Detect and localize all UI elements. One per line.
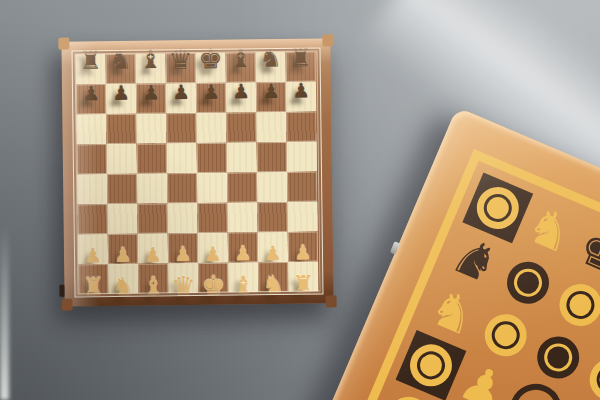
square-h7[interactable]: ♟ bbox=[286, 82, 316, 112]
square-g5[interactable] bbox=[257, 142, 287, 172]
square-g1[interactable]: ♞ bbox=[258, 262, 288, 292]
piece-white-rook[interactable]: ♜ bbox=[82, 273, 105, 303]
chess-board[interactable]: ♜♞♝♛♚♝♞♜♟♟♟♟♟♟♟♟♟♟♟♟♟♟♟♟♜♞♝♛♚♝♞♜ bbox=[61, 38, 333, 306]
piece-black-knight[interactable]: ♞ bbox=[259, 44, 282, 74]
square-f6[interactable] bbox=[226, 112, 256, 142]
piece-white-rook[interactable]: ♜ bbox=[292, 270, 315, 300]
board-latch bbox=[59, 285, 64, 297]
piece-black-pawn[interactable]: ♟ bbox=[112, 78, 130, 108]
piece-black-pawn[interactable]: ♟ bbox=[82, 78, 100, 108]
piece-black-pawn[interactable]: ♟ bbox=[172, 77, 190, 107]
corner-block-top-left bbox=[58, 38, 69, 50]
square-e6[interactable] bbox=[196, 113, 226, 143]
square-e7[interactable]: ♟ bbox=[196, 83, 226, 113]
square-h1[interactable]: ♜ bbox=[288, 262, 318, 292]
edge-light-reflection bbox=[0, 225, 9, 400]
square-e1[interactable]: ♚ bbox=[198, 263, 228, 293]
square-c3[interactable] bbox=[137, 203, 167, 233]
square-d2[interactable]: ♟ bbox=[168, 233, 198, 263]
piece-white-bishop[interactable]: ♝ bbox=[232, 271, 255, 301]
piece-black-pawn[interactable]: ♟ bbox=[202, 77, 220, 107]
square-e3[interactable] bbox=[197, 203, 227, 233]
box-clasp bbox=[390, 241, 400, 254]
square-f3[interactable] bbox=[227, 202, 257, 232]
piece-black-rook[interactable]: ♜ bbox=[289, 43, 312, 73]
piece-white-bishop[interactable]: ♝ bbox=[142, 272, 165, 302]
square-b6[interactable] bbox=[106, 114, 136, 144]
piece-black-pawn[interactable]: ♟ bbox=[142, 77, 160, 107]
square-c5[interactable] bbox=[137, 143, 167, 173]
square-f2[interactable]: ♟ bbox=[228, 232, 258, 262]
piece-white-knight[interactable]: ♞ bbox=[112, 272, 135, 302]
piece-black-bishop[interactable]: ♝ bbox=[139, 45, 162, 75]
piece-black-pawn[interactable]: ♟ bbox=[262, 76, 280, 106]
square-g3[interactable] bbox=[257, 202, 287, 232]
corner-block-bottom-right bbox=[326, 295, 337, 307]
square-a3[interactable] bbox=[77, 204, 107, 234]
corner-block-top-right bbox=[322, 34, 333, 46]
square-c1[interactable]: ♝ bbox=[138, 263, 168, 293]
square-c6[interactable] bbox=[136, 113, 166, 143]
square-a4[interactable] bbox=[77, 174, 107, 204]
square-h2[interactable]: ♟ bbox=[288, 232, 318, 262]
square-g6[interactable] bbox=[256, 112, 286, 142]
square-a1[interactable]: ♜ bbox=[78, 264, 108, 294]
square-a2[interactable]: ♟ bbox=[78, 234, 108, 264]
square-a5[interactable] bbox=[77, 144, 107, 174]
square-c2[interactable]: ♟ bbox=[138, 233, 168, 263]
square-g7[interactable]: ♟ bbox=[256, 82, 286, 112]
square-b4[interactable] bbox=[107, 174, 137, 204]
square-f4[interactable] bbox=[227, 172, 257, 202]
square-e5[interactable] bbox=[197, 143, 227, 173]
square-b2[interactable]: ♟ bbox=[108, 234, 138, 264]
piece-black-rook[interactable]: ♜ bbox=[79, 46, 102, 76]
square-f7[interactable]: ♟ bbox=[226, 82, 256, 112]
piece-black-bishop[interactable]: ♝ bbox=[229, 44, 252, 74]
square-b7[interactable]: ♟ bbox=[106, 84, 136, 114]
square-e4[interactable] bbox=[197, 173, 227, 203]
piece-white-king[interactable]: ♚ bbox=[201, 271, 226, 301]
square-c4[interactable] bbox=[137, 173, 167, 203]
board-squares: ♜♞♝♛♚♝♞♜♟♟♟♟♟♟♟♟♟♟♟♟♟♟♟♟♜♞♝♛♚♝♞♜ bbox=[76, 52, 319, 295]
square-d4[interactable] bbox=[167, 173, 197, 203]
piece-black-queen[interactable]: ♛ bbox=[168, 45, 193, 75]
square-a6[interactable] bbox=[76, 114, 106, 144]
square-c7[interactable]: ♟ bbox=[136, 83, 166, 113]
square-b3[interactable] bbox=[107, 204, 137, 234]
square-e2[interactable]: ♟ bbox=[198, 233, 228, 263]
square-d7[interactable]: ♟ bbox=[166, 83, 196, 113]
square-b1[interactable]: ♞ bbox=[108, 264, 138, 294]
scene: ♜♞♝♛♚♝♞♜♟♟♟♟♟♟♟♟♟♟♟♟♟♟♟♟♜♞♝♛♚♝♞♜ ♞♚♟♞♞♞♟… bbox=[0, 0, 600, 400]
square-b5[interactable] bbox=[107, 144, 137, 174]
piece-black-knight[interactable]: ♞ bbox=[109, 45, 132, 75]
piece-black-king[interactable]: ♚ bbox=[198, 44, 223, 74]
square-h3[interactable] bbox=[287, 202, 317, 232]
square-h5[interactable] bbox=[287, 142, 317, 172]
square-h4[interactable] bbox=[287, 172, 317, 202]
square-g2[interactable]: ♟ bbox=[258, 232, 288, 262]
square-d5[interactable] bbox=[167, 143, 197, 173]
square-d6[interactable] bbox=[166, 113, 196, 143]
piece-black-pawn[interactable]: ♟ bbox=[292, 76, 310, 106]
square-h6[interactable] bbox=[286, 112, 316, 142]
game-box[interactable]: ♞♚♟♞♞♞♟♟♟♚♛♚♟♟ bbox=[301, 107, 600, 400]
square-f1[interactable]: ♝ bbox=[228, 262, 258, 292]
piece-black-pawn[interactable]: ♟ bbox=[232, 76, 250, 106]
corner-block-bottom-left bbox=[62, 299, 73, 311]
square-d1[interactable]: ♛ bbox=[168, 263, 198, 293]
square-f5[interactable] bbox=[227, 142, 257, 172]
square-d3[interactable] bbox=[167, 203, 197, 233]
square-g4[interactable] bbox=[257, 172, 287, 202]
piece-white-knight[interactable]: ♞ bbox=[262, 270, 285, 300]
piece-white-queen[interactable]: ♛ bbox=[171, 271, 196, 301]
square-a7[interactable]: ♟ bbox=[76, 84, 106, 114]
